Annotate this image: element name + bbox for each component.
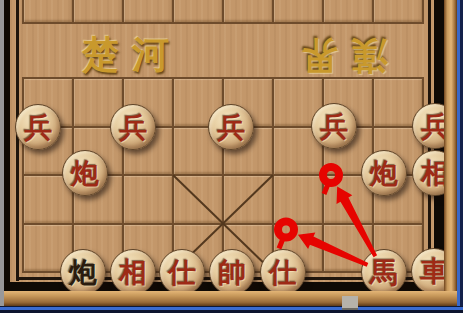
piece-red-cannon[interactable]: 炮	[361, 150, 407, 196]
piece-red-soldier[interactable]: 兵	[110, 104, 156, 150]
window-edge-right	[457, 0, 463, 313]
piece-red-advisor[interactable]: 仕	[159, 249, 205, 295]
board-frame-bezel-right	[444, 0, 457, 306]
piece-red-advisor[interactable]: 仕	[260, 249, 306, 295]
piece-red-soldier[interactable]: 兵	[311, 103, 357, 149]
xiangqi-app-window: 楚河 漢界 兵兵兵兵兵炮炮相炮相仕帥仕馬車	[0, 0, 463, 313]
piece-red-soldier[interactable]: 兵	[15, 104, 61, 150]
piece-red-elephant[interactable]: 相	[110, 249, 156, 295]
piece-red-cannon[interactable]: 炮	[62, 150, 108, 196]
background-window-fragment	[342, 296, 358, 310]
piece-red-soldier[interactable]: 兵	[208, 104, 254, 150]
piece-black-cannon[interactable]: 炮	[60, 249, 106, 295]
pieces-layer: 兵兵兵兵兵炮炮相炮相仕帥仕馬車	[0, 0, 463, 313]
board-frame-bezel-bottom	[4, 291, 457, 306]
piece-red-horse[interactable]: 馬	[361, 249, 407, 295]
window-edge-bottom	[0, 306, 463, 313]
window-edge-left	[0, 0, 4, 313]
piece-red-general[interactable]: 帥	[209, 249, 255, 295]
